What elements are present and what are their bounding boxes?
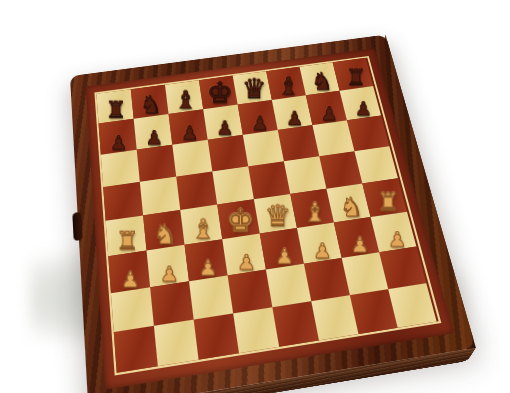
- piece-black-knight[interactable]: ♞: [305, 69, 339, 93]
- square-a5[interactable]: [103, 182, 143, 221]
- piece-black-rook[interactable]: ♜: [339, 67, 373, 89]
- square-d5[interactable]: [212, 166, 254, 204]
- chess-box: ♜♞♝♚♛♝♞♜♟♟♟♟♟♟♟♟♜♞♝♚♛♝♞♜♟♟♟♟♟♟♟♟: [70, 35, 476, 393]
- piece-black-pawn[interactable]: ♟: [242, 114, 277, 133]
- piece-black-queen[interactable]: ♛: [237, 76, 272, 103]
- piece-black-pawn[interactable]: ♟: [101, 133, 137, 152]
- piece-white-pawn[interactable]: ♟: [189, 258, 228, 279]
- scene: ♜♞♝♚♛♝♞♜♟♟♟♟♟♟♟♟♜♞♝♚♛♝♞♜♟♟♟♟♟♟♟♟: [52, 24, 458, 376]
- square-c2[interactable]: [189, 275, 233, 319]
- piece-black-pawn[interactable]: ♟: [346, 99, 381, 118]
- square-c3[interactable]: ♟: [185, 239, 228, 281]
- square-h6[interactable]: [347, 116, 389, 152]
- piece-black-pawn[interactable]: ♟: [277, 109, 312, 128]
- piece-white-king[interactable]: ♚: [222, 205, 260, 237]
- piece-black-king[interactable]: ♚: [203, 78, 238, 107]
- piece-black-pawn[interactable]: ♟: [172, 123, 208, 142]
- drawer-pull-notch[interactable]: [72, 212, 83, 242]
- square-b2[interactable]: [150, 281, 194, 325]
- photo-background: ♜♞♝♚♛♝♞♜♟♟♟♟♟♟♟♟♜♞♝♚♛♝♞♜♟♟♟♟♟♟♟♟: [0, 0, 510, 393]
- square-c5[interactable]: [176, 171, 217, 210]
- square-f4[interactable]: ♝: [290, 189, 334, 228]
- piece-white-bishop[interactable]: ♝: [184, 216, 222, 243]
- piece-white-pawn[interactable]: ♟: [227, 252, 266, 273]
- square-a4[interactable]: ♜: [106, 215, 147, 256]
- square-c4[interactable]: ♝: [180, 205, 222, 245]
- piece-white-pawn[interactable]: ♟: [111, 269, 150, 290]
- square-e5[interactable]: [248, 161, 290, 199]
- piece-white-pawn[interactable]: ♟: [341, 235, 379, 256]
- chess-board: ♜♞♝♚♛♝♞♜♟♟♟♟♟♟♟♟♜♞♝♚♛♝♞♜♟♟♟♟♟♟♟♟: [94, 56, 441, 376]
- square-c8[interactable]: ♝: [165, 80, 203, 114]
- piece-white-queen[interactable]: ♛: [259, 202, 297, 232]
- square-a1[interactable]: [114, 326, 158, 373]
- square-h1[interactable]: [388, 283, 436, 328]
- piece-black-rook[interactable]: ♜: [98, 99, 133, 122]
- board-margin-band: ♜♞♝♚♛♝♞♜♟♟♟♟♟♟♟♟♜♞♝♚♛♝♞♜♟♟♟♟♟♟♟♟: [86, 48, 454, 389]
- piece-black-bishop[interactable]: ♝: [168, 88, 203, 112]
- square-e4[interactable]: ♛: [254, 194, 297, 234]
- square-d6[interactable]: [208, 135, 249, 172]
- square-a6[interactable]: [101, 150, 140, 187]
- piece-white-rook[interactable]: ♜: [108, 229, 146, 254]
- piece-white-rook[interactable]: ♜: [369, 190, 406, 214]
- square-e6[interactable]: [243, 130, 284, 166]
- square-e7[interactable]: ♟: [238, 100, 278, 135]
- piece-white-pawn[interactable]: ♟: [303, 240, 341, 261]
- piece-black-pawn[interactable]: ♟: [207, 118, 242, 137]
- square-c1[interactable]: [194, 313, 239, 359]
- square-d7[interactable]: ♟: [203, 105, 243, 140]
- square-c7[interactable]: ♟: [169, 109, 208, 144]
- square-h2[interactable]: [379, 247, 426, 290]
- square-a8[interactable]: ♜: [96, 89, 133, 123]
- square-b6[interactable]: [137, 145, 177, 182]
- piece-white-pawn[interactable]: ♟: [378, 229, 416, 250]
- square-d4[interactable]: ♚: [217, 199, 260, 239]
- piece-white-pawn[interactable]: ♟: [265, 246, 304, 267]
- square-e8[interactable]: ♛: [233, 71, 272, 104]
- piece-black-knight[interactable]: ♞: [133, 92, 168, 117]
- square-b7[interactable]: ♟: [134, 114, 173, 150]
- square-b5[interactable]: [140, 177, 180, 216]
- square-a2[interactable]: [111, 287, 154, 332]
- piece-white-pawn[interactable]: ♟: [150, 263, 189, 284]
- square-f1[interactable]: [311, 295, 358, 340]
- piece-black-pawn[interactable]: ♟: [136, 128, 172, 147]
- piece-white-knight[interactable]: ♞: [146, 221, 184, 248]
- square-d3[interactable]: ♟: [222, 234, 266, 276]
- square-b3[interactable]: ♟: [147, 245, 189, 287]
- square-d1[interactable]: [233, 307, 279, 353]
- square-d2[interactable]: [228, 270, 273, 314]
- piece-white-bishop[interactable]: ♝: [296, 199, 334, 225]
- square-c6[interactable]: [172, 140, 212, 177]
- piece-white-knight[interactable]: ♞: [333, 194, 370, 220]
- piece-black-bishop[interactable]: ♝: [271, 74, 305, 98]
- square-h5[interactable]: [354, 146, 398, 183]
- square-b8[interactable]: ♞: [131, 85, 169, 119]
- square-a7[interactable]: ♟: [99, 119, 137, 155]
- square-b4[interactable]: ♞: [143, 210, 184, 251]
- square-d8[interactable]: ♚: [199, 76, 238, 110]
- piece-black-pawn[interactable]: ♟: [312, 104, 347, 123]
- square-b1[interactable]: [154, 320, 199, 367]
- square-a3[interactable]: ♟: [108, 251, 150, 294]
